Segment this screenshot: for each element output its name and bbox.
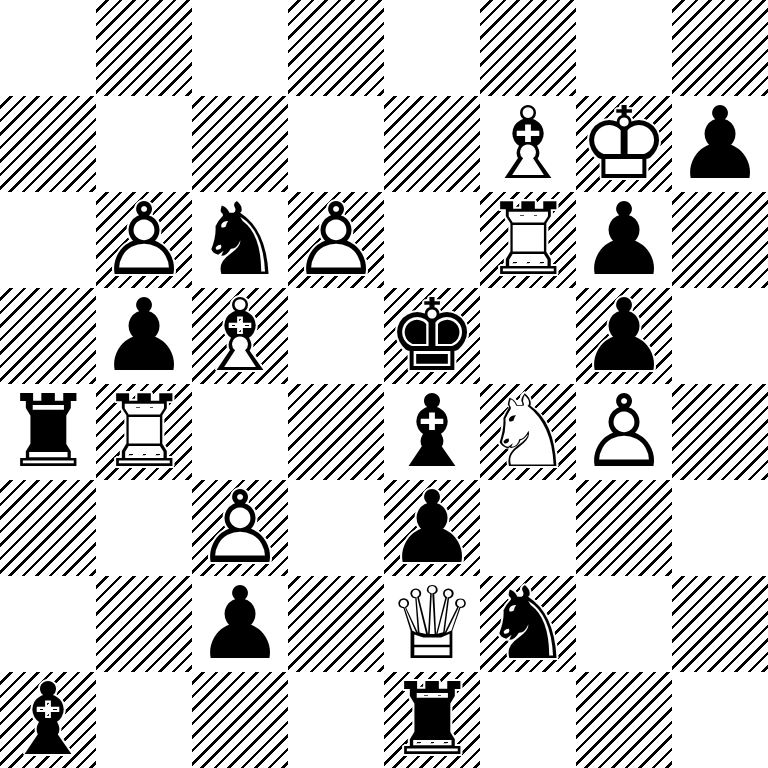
piece-fill: ♝	[480, 96, 576, 192]
piece-fill: ♛	[384, 576, 480, 672]
white-king-icon: ♔	[576, 96, 672, 192]
square-a1[interactable]: ♝♝	[0, 672, 96, 768]
piece-fill: ♟	[96, 288, 192, 384]
square-b3[interactable]	[96, 480, 192, 576]
square-h6[interactable]	[672, 192, 768, 288]
square-g6[interactable]: ♟♟	[576, 192, 672, 288]
square-a2[interactable]	[0, 576, 96, 672]
piece-fill: ♝	[192, 288, 288, 384]
square-d6[interactable]: ♟♙	[288, 192, 384, 288]
piece-fill: ♚	[576, 96, 672, 192]
white-rook-icon: ♖	[480, 192, 576, 288]
square-d3[interactable]	[288, 480, 384, 576]
square-c4[interactable]	[192, 384, 288, 480]
square-f2[interactable]: ♞♞	[480, 576, 576, 672]
square-c1[interactable]	[192, 672, 288, 768]
square-h7[interactable]: ♟♟	[672, 96, 768, 192]
square-f5[interactable]	[480, 288, 576, 384]
square-c2[interactable]: ♟♟	[192, 576, 288, 672]
square-d4[interactable]	[288, 384, 384, 480]
square-h2[interactable]	[672, 576, 768, 672]
square-a5[interactable]	[0, 288, 96, 384]
square-a7[interactable]	[0, 96, 96, 192]
square-f3[interactable]	[480, 480, 576, 576]
piece-fill: ♞	[480, 576, 576, 672]
piece-fill: ♝	[384, 384, 480, 480]
piece-fill: ♜	[480, 192, 576, 288]
square-d7[interactable]	[288, 96, 384, 192]
square-h4[interactable]	[672, 384, 768, 480]
black-pawn-icon: ♟	[576, 192, 672, 288]
square-b5[interactable]: ♟♟	[96, 288, 192, 384]
black-knight-icon: ♞	[192, 192, 288, 288]
square-c8[interactable]	[192, 0, 288, 96]
piece-fill: ♝	[0, 672, 96, 768]
square-a8[interactable]	[0, 0, 96, 96]
square-c5[interactable]: ♝♗	[192, 288, 288, 384]
piece-fill: ♞	[480, 384, 576, 480]
square-c3[interactable]: ♟♙	[192, 480, 288, 576]
square-d8[interactable]	[288, 0, 384, 96]
piece-fill: ♟	[576, 288, 672, 384]
black-bishop-icon: ♝	[384, 384, 480, 480]
square-h5[interactable]	[672, 288, 768, 384]
piece-fill: ♚	[384, 288, 480, 384]
square-a3[interactable]	[0, 480, 96, 576]
square-b8[interactable]	[96, 0, 192, 96]
square-b1[interactable]	[96, 672, 192, 768]
black-pawn-icon: ♟	[96, 288, 192, 384]
piece-fill: ♜	[0, 384, 96, 480]
piece-fill: ♜	[384, 672, 480, 768]
white-pawn-icon: ♙	[576, 384, 672, 480]
square-b7[interactable]	[96, 96, 192, 192]
square-a6[interactable]	[0, 192, 96, 288]
square-e7[interactable]	[384, 96, 480, 192]
black-knight-icon: ♞	[480, 576, 576, 672]
black-pawn-icon: ♟	[384, 480, 480, 576]
square-g4[interactable]: ♟♙	[576, 384, 672, 480]
white-queen-icon: ♕	[384, 576, 480, 672]
piece-fill: ♟	[576, 192, 672, 288]
square-g8[interactable]	[576, 0, 672, 96]
square-h1[interactable]	[672, 672, 768, 768]
black-pawn-icon: ♟	[576, 288, 672, 384]
square-h8[interactable]	[672, 0, 768, 96]
square-e8[interactable]	[384, 0, 480, 96]
chess-board: ♝♗♚♔♟♟♟♙♞♞♟♙♜♖♟♟♟♟♝♗♚♚♟♟♜♜♜♖♝♝♞♘♟♙♟♙♟♟♟♟…	[0, 0, 768, 768]
square-g3[interactable]	[576, 480, 672, 576]
square-e3[interactable]: ♟♟	[384, 480, 480, 576]
square-h3[interactable]	[672, 480, 768, 576]
square-e5[interactable]: ♚♚	[384, 288, 480, 384]
square-e6[interactable]	[384, 192, 480, 288]
square-d1[interactable]	[288, 672, 384, 768]
square-f7[interactable]: ♝♗	[480, 96, 576, 192]
white-bishop-icon: ♗	[480, 96, 576, 192]
square-e4[interactable]: ♝♝	[384, 384, 480, 480]
square-e1[interactable]: ♜♜	[384, 672, 480, 768]
square-f1[interactable]	[480, 672, 576, 768]
black-pawn-icon: ♟	[672, 96, 768, 192]
black-bishop-icon: ♝	[0, 672, 96, 768]
square-b4[interactable]: ♜♖	[96, 384, 192, 480]
piece-fill: ♜	[96, 384, 192, 480]
square-f8[interactable]	[480, 0, 576, 96]
white-knight-icon: ♘	[480, 384, 576, 480]
square-c6[interactable]: ♞♞	[192, 192, 288, 288]
white-pawn-icon: ♙	[96, 192, 192, 288]
square-e2[interactable]: ♛♕	[384, 576, 480, 672]
piece-fill: ♟	[96, 192, 192, 288]
piece-fill: ♟	[672, 96, 768, 192]
square-c7[interactable]	[192, 96, 288, 192]
square-g1[interactable]	[576, 672, 672, 768]
black-rook-icon: ♜	[0, 384, 96, 480]
black-pawn-icon: ♟	[192, 576, 288, 672]
square-g5[interactable]: ♟♟	[576, 288, 672, 384]
white-rook-icon: ♖	[96, 384, 192, 480]
square-d2[interactable]	[288, 576, 384, 672]
piece-fill: ♟	[288, 192, 384, 288]
square-f4[interactable]: ♞♘	[480, 384, 576, 480]
piece-fill: ♟	[576, 384, 672, 480]
square-d5[interactable]	[288, 288, 384, 384]
square-b6[interactable]: ♟♙	[96, 192, 192, 288]
white-pawn-icon: ♙	[192, 480, 288, 576]
piece-fill: ♟	[384, 480, 480, 576]
square-g2[interactable]	[576, 576, 672, 672]
square-f6[interactable]: ♜♖	[480, 192, 576, 288]
piece-fill: ♟	[192, 576, 288, 672]
square-g7[interactable]: ♚♔	[576, 96, 672, 192]
square-a4[interactable]: ♜♜	[0, 384, 96, 480]
black-rook-icon: ♜	[384, 672, 480, 768]
white-pawn-icon: ♙	[288, 192, 384, 288]
piece-fill: ♟	[192, 480, 288, 576]
white-bishop-icon: ♗	[192, 288, 288, 384]
piece-fill: ♞	[192, 192, 288, 288]
square-b2[interactable]	[96, 576, 192, 672]
black-king-icon: ♚	[384, 288, 480, 384]
